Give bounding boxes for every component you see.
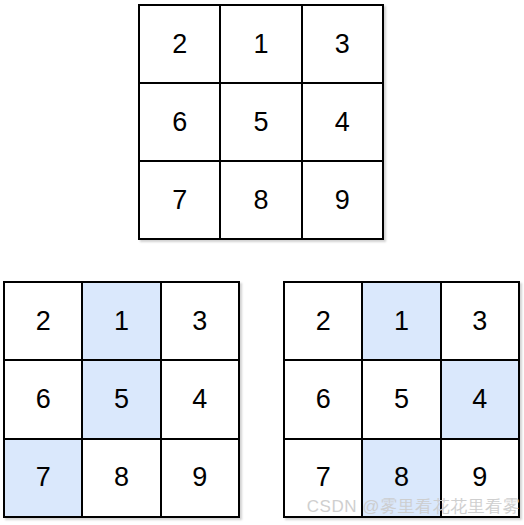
bottom-left-grid-cell-r1c0: 6 [4,360,82,438]
top-grid-cell-r2c2: 9 [302,161,383,239]
bottom-left-grid-cell-r2c0: 7 [4,439,82,517]
bottom-right-grid-cell-r0c0: 2 [284,282,362,360]
top-grid-cell-r1c0: 6 [139,83,220,161]
top-grid-cell-r0c0: 2 [139,5,220,83]
bottom-left-grid-cell-r2c1: 8 [82,439,160,517]
top-grid-cell-r0c1: 1 [220,5,301,83]
diagram-canvas: 213654789 213654789 213654789 CSDN @雾里看花… [0,0,524,525]
grid-bottom-left: 213654789 [3,281,240,518]
grid-bottom-right: 213654789 [283,281,520,518]
bottom-left-grid-cell-r2c2: 9 [161,439,239,517]
top-grid-cell-r1c2: 4 [302,83,383,161]
top-grid-cell-r0c2: 3 [302,5,383,83]
bottom-left-grid-cell-r0c2: 3 [161,282,239,360]
bottom-right-grid-cell-r1c1: 5 [362,360,440,438]
top-grid-cell-r2c1: 8 [220,161,301,239]
bottom-right-grid-cell-r1c0: 6 [284,360,362,438]
top-grid-cell-r1c1: 5 [220,83,301,161]
top-grid-cell-r2c0: 7 [139,161,220,239]
bottom-left-grid-cell-r1c2: 4 [161,360,239,438]
csdn-watermark: CSDN @雾里看花花里看雾 [307,495,520,518]
grid-top: 213654789 [138,4,384,240]
bottom-left-grid-cell-r0c0: 2 [4,282,82,360]
bottom-left-grid-cell-r1c1: 5 [82,360,160,438]
bottom-right-grid-cell-r0c1: 1 [362,282,440,360]
bottom-right-grid-cell-r0c2: 3 [441,282,519,360]
bottom-left-grid-cell-r0c1: 1 [82,282,160,360]
bottom-right-grid-cell-r1c2: 4 [441,360,519,438]
